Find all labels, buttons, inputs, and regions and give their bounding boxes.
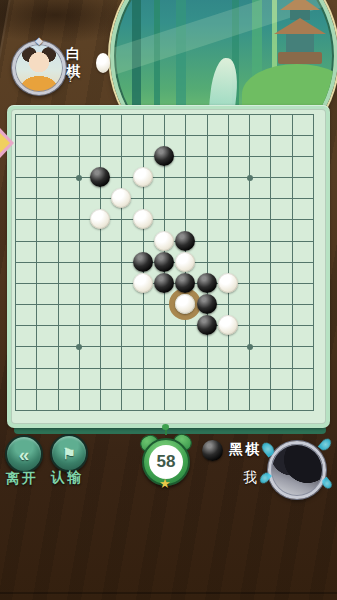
flame-icon bbox=[318, 437, 333, 453]
white-stone bbox=[133, 273, 153, 293]
opponent-rank: ? bbox=[67, 70, 74, 85]
white-stone-icon bbox=[96, 53, 110, 73]
star-point bbox=[247, 175, 253, 181]
grid-hline bbox=[15, 325, 314, 326]
resign-button[interactable]: ⚑ bbox=[50, 434, 88, 472]
collapse-arrow-icon[interactable] bbox=[0, 128, 16, 158]
grid-vline bbox=[228, 114, 229, 411]
grid-vline bbox=[313, 114, 314, 411]
flame-icon bbox=[320, 477, 333, 491]
bottom-bar: « 离开 ⚑ 认输 58 ★ 黑棋 我 bbox=[0, 432, 337, 502]
grid-hline bbox=[15, 389, 314, 390]
flame-icon bbox=[258, 471, 272, 485]
star-point bbox=[76, 175, 82, 181]
gomoku-board[interactable] bbox=[7, 105, 330, 428]
grid-vline bbox=[270, 114, 271, 411]
black-stone bbox=[197, 294, 217, 314]
resign-label: 认输 bbox=[45, 469, 89, 487]
grid-hline bbox=[15, 410, 314, 411]
my-avatar[interactable] bbox=[268, 441, 326, 499]
leave-label: 离开 bbox=[0, 470, 44, 488]
white-stone bbox=[133, 167, 153, 187]
black-stone bbox=[197, 315, 217, 335]
me-label: 我 bbox=[243, 469, 257, 487]
clock-antenna bbox=[162, 424, 169, 430]
resign-flag-icon: ⚑ bbox=[62, 446, 75, 461]
grid-vline bbox=[292, 114, 293, 411]
clock-star-icon: ★ bbox=[159, 476, 171, 491]
black-stone bbox=[133, 252, 153, 272]
pagoda bbox=[272, 0, 328, 68]
grid-vline bbox=[207, 114, 208, 411]
wood-seam bbox=[0, 592, 337, 594]
grid-hline bbox=[15, 368, 314, 369]
white-stone bbox=[154, 231, 174, 251]
white-stone bbox=[218, 315, 238, 335]
black-stone bbox=[175, 231, 195, 251]
black-stone bbox=[197, 273, 217, 293]
black-stone bbox=[154, 252, 174, 272]
white-stone bbox=[218, 273, 238, 293]
star-point bbox=[247, 344, 253, 350]
move-timer: 58 ★ bbox=[140, 432, 192, 492]
white-stone bbox=[133, 209, 153, 229]
black-stone bbox=[90, 167, 110, 187]
timer-value: 58 bbox=[149, 445, 183, 479]
grid-vline bbox=[249, 114, 250, 411]
avatar-crest-icon: ◆ bbox=[35, 35, 43, 46]
white-stone bbox=[111, 188, 131, 208]
leave-button[interactable]: « bbox=[5, 435, 43, 473]
leave-icon: « bbox=[19, 445, 30, 464]
flame-icon bbox=[260, 440, 277, 457]
grid-hline bbox=[15, 304, 314, 305]
opponent-avatar[interactable]: ◆ bbox=[12, 41, 66, 95]
black-stone bbox=[154, 273, 174, 293]
white-stone bbox=[175, 252, 195, 272]
star-point bbox=[76, 344, 82, 350]
black-stone-icon bbox=[202, 440, 223, 461]
black-stone bbox=[154, 146, 174, 166]
game-screen: ◆ 白棋 ? « 离开 ⚑ 认输 58 ★ bbox=[0, 0, 337, 600]
my-side-label: 黑棋 bbox=[229, 441, 261, 459]
white-stone bbox=[90, 209, 110, 229]
grid-hline bbox=[15, 346, 314, 347]
